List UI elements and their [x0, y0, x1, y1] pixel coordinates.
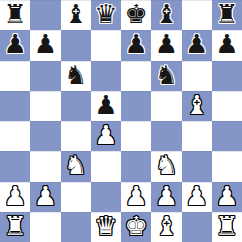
- square-b4[interactable]: [30, 121, 60, 151]
- piece-white-rook[interactable]: ♜: [215, 213, 238, 239]
- piece-white-pawn[interactable]: ♟: [155, 183, 178, 209]
- piece-black-pawn[interactable]: ♟: [215, 31, 238, 57]
- piece-white-pawn[interactable]: ♟: [94, 122, 117, 148]
- piece-black-queen[interactable]: ♛: [94, 1, 117, 27]
- square-g1[interactable]: [182, 212, 212, 242]
- square-h7[interactable]: ♟: [212, 30, 242, 60]
- square-h4[interactable]: [212, 121, 242, 151]
- square-g7[interactable]: ♟: [182, 30, 212, 60]
- square-e1[interactable]: ♚: [121, 212, 151, 242]
- piece-white-king[interactable]: ♚: [124, 213, 147, 239]
- square-d2[interactable]: [91, 182, 121, 212]
- square-a3[interactable]: [0, 151, 30, 181]
- square-c6[interactable]: ♞: [61, 61, 91, 91]
- square-h5[interactable]: [212, 91, 242, 121]
- square-f5[interactable]: [151, 91, 181, 121]
- square-a8[interactable]: ♜: [0, 0, 30, 30]
- square-d7[interactable]: [91, 30, 121, 60]
- square-c8[interactable]: ♝: [61, 0, 91, 30]
- piece-white-pawn[interactable]: ♟: [215, 183, 238, 209]
- piece-white-pawn[interactable]: ♟: [34, 183, 57, 209]
- piece-black-pawn[interactable]: ♟: [155, 31, 178, 57]
- square-c5[interactable]: [61, 91, 91, 121]
- square-d1[interactable]: ♛: [91, 212, 121, 242]
- square-b6[interactable]: [30, 61, 60, 91]
- square-h2[interactable]: ♟: [212, 182, 242, 212]
- square-g5[interactable]: ♝: [182, 91, 212, 121]
- piece-black-bishop[interactable]: ♝: [155, 1, 178, 27]
- square-a1[interactable]: ♜: [0, 212, 30, 242]
- square-f6[interactable]: ♞: [151, 61, 181, 91]
- square-g2[interactable]: ♟: [182, 182, 212, 212]
- square-a2[interactable]: ♟: [0, 182, 30, 212]
- square-e5[interactable]: [121, 91, 151, 121]
- square-a4[interactable]: [0, 121, 30, 151]
- square-g6[interactable]: [182, 61, 212, 91]
- piece-black-pawn[interactable]: ♟: [124, 31, 147, 57]
- square-c7[interactable]: [61, 30, 91, 60]
- piece-black-king[interactable]: ♚: [124, 1, 147, 27]
- piece-black-rook[interactable]: ♜: [3, 1, 26, 27]
- square-b3[interactable]: [30, 151, 60, 181]
- square-f3[interactable]: ♞: [151, 151, 181, 181]
- square-c4[interactable]: [61, 121, 91, 151]
- square-a6[interactable]: [0, 61, 30, 91]
- square-b8[interactable]: [30, 0, 60, 30]
- piece-white-knight[interactable]: ♞: [64, 152, 87, 178]
- square-d8[interactable]: ♛: [91, 0, 121, 30]
- square-e3[interactable]: [121, 151, 151, 181]
- square-b2[interactable]: ♟: [30, 182, 60, 212]
- square-h1[interactable]: ♜: [212, 212, 242, 242]
- piece-white-bishop[interactable]: ♝: [155, 213, 178, 239]
- piece-black-pawn[interactable]: ♟: [3, 31, 26, 57]
- square-c1[interactable]: [61, 212, 91, 242]
- square-d6[interactable]: [91, 61, 121, 91]
- square-b5[interactable]: [30, 91, 60, 121]
- square-e7[interactable]: ♟: [121, 30, 151, 60]
- piece-black-bishop[interactable]: ♝: [64, 1, 87, 27]
- piece-white-knight[interactable]: ♞: [155, 152, 178, 178]
- piece-black-rook[interactable]: ♜: [215, 1, 238, 27]
- chess-board: ♜♝♛♚♝♜♟♟♟♟♟♟♞♞♟♝♟♞♞♟♟♟♟♟♟♜♛♚♝♜: [0, 0, 242, 242]
- square-c2[interactable]: [61, 182, 91, 212]
- square-b1[interactable]: [30, 212, 60, 242]
- square-d5[interactable]: ♟: [91, 91, 121, 121]
- square-g3[interactable]: [182, 151, 212, 181]
- piece-white-rook[interactable]: ♜: [3, 213, 26, 239]
- square-a7[interactable]: ♟: [0, 30, 30, 60]
- square-g8[interactable]: [182, 0, 212, 30]
- square-e2[interactable]: ♟: [121, 182, 151, 212]
- piece-black-pawn[interactable]: ♟: [34, 31, 57, 57]
- square-c3[interactable]: ♞: [61, 151, 91, 181]
- piece-white-pawn[interactable]: ♟: [124, 183, 147, 209]
- square-d3[interactable]: [91, 151, 121, 181]
- piece-white-bishop[interactable]: ♝: [185, 92, 208, 118]
- square-d4[interactable]: ♟: [91, 121, 121, 151]
- piece-black-knight[interactable]: ♞: [155, 62, 178, 88]
- piece-black-pawn[interactable]: ♟: [94, 92, 117, 118]
- piece-black-knight[interactable]: ♞: [64, 62, 87, 88]
- piece-white-queen[interactable]: ♛: [94, 213, 117, 239]
- square-f1[interactable]: ♝: [151, 212, 181, 242]
- piece-black-pawn[interactable]: ♟: [185, 31, 208, 57]
- square-h6[interactable]: [212, 61, 242, 91]
- piece-white-pawn[interactable]: ♟: [185, 183, 208, 209]
- square-e6[interactable]: [121, 61, 151, 91]
- square-e8[interactable]: ♚: [121, 0, 151, 30]
- square-f8[interactable]: ♝: [151, 0, 181, 30]
- square-h3[interactable]: [212, 151, 242, 181]
- square-h8[interactable]: ♜: [212, 0, 242, 30]
- square-b7[interactable]: ♟: [30, 30, 60, 60]
- piece-white-pawn[interactable]: ♟: [3, 183, 26, 209]
- square-f7[interactable]: ♟: [151, 30, 181, 60]
- square-f2[interactable]: ♟: [151, 182, 181, 212]
- square-f4[interactable]: [151, 121, 181, 151]
- square-g4[interactable]: [182, 121, 212, 151]
- square-a5[interactable]: [0, 91, 30, 121]
- square-e4[interactable]: [121, 121, 151, 151]
